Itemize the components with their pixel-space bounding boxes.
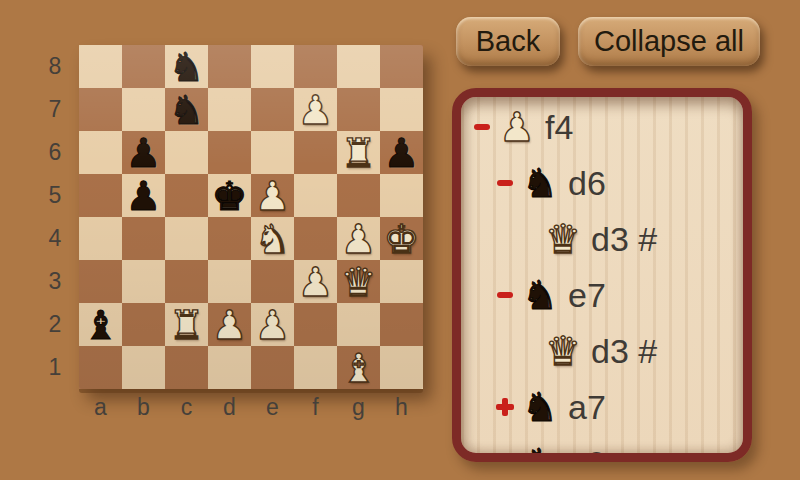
move-text: e7 <box>568 276 606 315</box>
square-d1[interactable] <box>208 346 251 389</box>
rank-label-5: 5 <box>38 174 72 217</box>
plus-shape <box>496 398 514 416</box>
piece-white-knight: ♞ <box>255 219 291 259</box>
rank-label-1: 1 <box>38 346 72 389</box>
piece-white-rook: ♜ <box>169 305 205 345</box>
square-d7[interactable] <box>208 88 251 131</box>
square-b7[interactable] <box>122 88 165 131</box>
back-button[interactable]: Back <box>456 17 560 66</box>
square-c4[interactable] <box>165 217 208 260</box>
square-g3[interactable]: ♛ <box>337 260 380 303</box>
collapse-all-button[interactable]: Collapse all <box>578 17 760 66</box>
square-h8[interactable] <box>380 45 423 88</box>
square-a4[interactable] <box>79 217 122 260</box>
square-f7[interactable]: ♟ <box>294 88 337 131</box>
square-e4[interactable]: ♞ <box>251 217 294 260</box>
square-c5[interactable] <box>165 174 208 217</box>
white-queen-icon: ♛ <box>543 219 583 259</box>
square-c1[interactable] <box>165 346 208 389</box>
chess-board[interactable]: ♞♞♟♟♜♟♟♚♟♞♟♚♟♛♝♜♟♟♝ <box>79 45 423 389</box>
piece-white-bishop: ♝ <box>341 348 377 388</box>
variation-tree-panel[interactable]: ♟f4♞d6♛d3 #♞e7♛d3 #♞a7♞e8 <box>452 88 752 462</box>
square-h1[interactable] <box>380 346 423 389</box>
square-g1[interactable]: ♝ <box>337 346 380 389</box>
collapse-minus-icon[interactable] <box>490 292 520 298</box>
square-f4[interactable] <box>294 217 337 260</box>
move-text: d3 # <box>591 332 657 371</box>
move-node-d6[interactable]: ♞d6 <box>461 155 743 211</box>
black-knight-icon: ♞ <box>520 443 560 462</box>
square-c3[interactable] <box>165 260 208 303</box>
file-label-f: f <box>294 391 337 423</box>
piece-black-king: ♚ <box>212 176 248 216</box>
piece-black-pawn: ♟ <box>384 133 420 173</box>
square-d5[interactable]: ♚ <box>208 174 251 217</box>
square-f8[interactable] <box>294 45 337 88</box>
file-label-g: g <box>337 391 380 423</box>
square-a3[interactable] <box>79 260 122 303</box>
square-h4[interactable]: ♚ <box>380 217 423 260</box>
piece-black-pawn: ♟ <box>126 176 162 216</box>
move-text: d3 # <box>591 220 657 259</box>
square-d8[interactable] <box>208 45 251 88</box>
square-h7[interactable] <box>380 88 423 131</box>
square-g4[interactable]: ♟ <box>337 217 380 260</box>
move-text: a7 <box>568 388 606 427</box>
square-d3[interactable] <box>208 260 251 303</box>
move-node-e8[interactable]: ♞e8 <box>461 435 743 462</box>
rank-label-6: 6 <box>38 131 72 174</box>
square-a2[interactable]: ♝ <box>79 303 122 346</box>
piece-white-pawn: ♟ <box>255 305 291 345</box>
square-g6[interactable]: ♜ <box>337 131 380 174</box>
piece-white-queen: ♛ <box>341 262 377 302</box>
rank-label-2: 2 <box>38 303 72 346</box>
square-g7[interactable] <box>337 88 380 131</box>
piece-white-rook: ♜ <box>341 133 377 173</box>
square-b5[interactable]: ♟ <box>122 174 165 217</box>
square-g2[interactable] <box>337 303 380 346</box>
black-knight-icon: ♞ <box>520 275 560 315</box>
square-f1[interactable] <box>294 346 337 389</box>
rank-label-3: 3 <box>38 260 72 303</box>
square-c6[interactable] <box>165 131 208 174</box>
square-a5[interactable] <box>79 174 122 217</box>
piece-white-pawn: ♟ <box>298 90 334 130</box>
move-node-d3#[interactable]: ♛d3 # <box>461 323 743 379</box>
file-label-d: d <box>208 391 251 423</box>
collapse-minus-icon[interactable] <box>490 180 520 186</box>
square-b3[interactable] <box>122 260 165 303</box>
square-f3[interactable]: ♟ <box>294 260 337 303</box>
move-text: f4 <box>545 108 573 147</box>
move-tree: ♟f4♞d6♛d3 #♞e7♛d3 #♞a7♞e8 <box>461 97 743 462</box>
square-c2[interactable]: ♜ <box>165 303 208 346</box>
square-e1[interactable] <box>251 346 294 389</box>
square-a1[interactable] <box>79 346 122 389</box>
collapse-minus-icon[interactable] <box>467 124 497 130</box>
file-label-e: e <box>251 391 294 423</box>
move-node-f4[interactable]: ♟f4 <box>461 99 743 155</box>
square-h2[interactable] <box>380 303 423 346</box>
white-queen-icon: ♛ <box>543 331 583 371</box>
square-f2[interactable] <box>294 303 337 346</box>
square-g5[interactable] <box>337 174 380 217</box>
expand-plus-icon[interactable] <box>490 454 520 462</box>
square-b8[interactable] <box>122 45 165 88</box>
square-h6[interactable]: ♟ <box>380 131 423 174</box>
square-f5[interactable] <box>294 174 337 217</box>
piece-black-knight: ♞ <box>169 47 205 87</box>
square-c8[interactable]: ♞ <box>165 45 208 88</box>
piece-white-pawn: ♟ <box>298 262 334 302</box>
plus-shape <box>496 454 514 462</box>
square-h3[interactable] <box>380 260 423 303</box>
piece-white-king: ♚ <box>384 219 420 259</box>
move-node-e7[interactable]: ♞e7 <box>461 267 743 323</box>
square-e7[interactable] <box>251 88 294 131</box>
minus-shape <box>497 292 513 298</box>
piece-white-pawn: ♟ <box>255 176 291 216</box>
square-d4[interactable] <box>208 217 251 260</box>
piece-black-bishop: ♝ <box>83 305 119 345</box>
white-pawn-icon: ♟ <box>497 107 537 147</box>
square-f6[interactable] <box>294 131 337 174</box>
file-label-a: a <box>79 391 122 423</box>
file-label-c: c <box>165 391 208 423</box>
square-e8[interactable] <box>251 45 294 88</box>
move-text: d6 <box>568 164 606 203</box>
minus-shape <box>474 124 490 130</box>
square-h5[interactable] <box>380 174 423 217</box>
square-a7[interactable] <box>79 88 122 131</box>
square-a6[interactable] <box>79 131 122 174</box>
square-e3[interactable] <box>251 260 294 303</box>
app-screen: 87654321 ♞♞♟♟♜♟♟♚♟♞♟♚♟♛♝♜♟♟♝ abcdefgh Ba… <box>0 0 800 480</box>
file-label-b: b <box>122 391 165 423</box>
square-b6[interactable]: ♟ <box>122 131 165 174</box>
move-node-a7[interactable]: ♞a7 <box>461 379 743 435</box>
move-node-d3#[interactable]: ♛d3 # <box>461 211 743 267</box>
square-e2[interactable]: ♟ <box>251 303 294 346</box>
black-knight-icon: ♞ <box>520 163 560 203</box>
square-a8[interactable] <box>79 45 122 88</box>
piece-white-pawn: ♟ <box>341 219 377 259</box>
square-e5[interactable]: ♟ <box>251 174 294 217</box>
square-d6[interactable] <box>208 131 251 174</box>
rank-label-7: 7 <box>38 88 72 131</box>
square-g8[interactable] <box>337 45 380 88</box>
file-label-h: h <box>380 391 423 423</box>
rank-label-4: 4 <box>38 217 72 260</box>
square-b2[interactable] <box>122 303 165 346</box>
black-knight-icon: ♞ <box>520 387 560 427</box>
square-e6[interactable] <box>251 131 294 174</box>
square-d2[interactable]: ♟ <box>208 303 251 346</box>
move-text: e8 <box>568 444 606 463</box>
piece-white-pawn: ♟ <box>212 305 248 345</box>
square-c7[interactable]: ♞ <box>165 88 208 131</box>
square-b1[interactable] <box>122 346 165 389</box>
rank-labels: 87654321 <box>38 45 72 389</box>
file-labels: abcdefgh <box>79 391 423 423</box>
square-b4[interactable] <box>122 217 165 260</box>
rank-label-8: 8 <box>38 45 72 88</box>
minus-shape <box>497 180 513 186</box>
piece-black-knight: ♞ <box>169 90 205 130</box>
piece-black-pawn: ♟ <box>126 133 162 173</box>
expand-plus-icon[interactable] <box>490 398 520 416</box>
